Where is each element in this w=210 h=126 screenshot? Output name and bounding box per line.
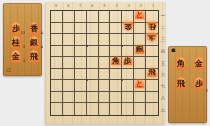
piece-kanji: 銀 bbox=[136, 45, 144, 54]
sente-hand-slot[interactable]: 歩2 bbox=[190, 73, 208, 93]
board-cell[interactable] bbox=[110, 103, 122, 115]
board-cell[interactable]: 歩 bbox=[122, 57, 134, 69]
board-cell[interactable] bbox=[63, 23, 75, 35]
board-cell[interactable] bbox=[122, 92, 134, 104]
sente-piece-角[interactable]: 角 bbox=[111, 57, 122, 69]
board-cell[interactable] bbox=[146, 57, 158, 69]
gote-piece-香[interactable]: 香 bbox=[29, 22, 40, 34]
board-cell[interactable] bbox=[122, 11, 134, 23]
board-cell[interactable] bbox=[99, 103, 111, 115]
rank-label: 九 bbox=[160, 104, 166, 116]
gote-hand-slot[interactable]: 銀4 bbox=[25, 35, 43, 49]
board-cell[interactable] bbox=[75, 80, 87, 92]
piece-kanji: 飛 bbox=[30, 53, 38, 62]
sente-piece-飛[interactable]: 飛 bbox=[176, 77, 187, 89]
board-cell[interactable] bbox=[122, 34, 134, 46]
board-cell[interactable] bbox=[146, 92, 158, 104]
shogi-app: 歩13香4桂3銀4金3飛 ☖ 987654321 一二三四五六七八九 と金桂玉銀… bbox=[0, 0, 210, 126]
piece-body: 飛 bbox=[147, 68, 158, 77]
piece-body: 金 bbox=[123, 22, 134, 31]
board-cell[interactable]: 玉 bbox=[146, 34, 158, 46]
board-cell[interactable] bbox=[87, 103, 99, 115]
board-cell[interactable] bbox=[110, 92, 122, 104]
board-cell[interactable] bbox=[87, 34, 99, 46]
hand-piece-count: 2 bbox=[206, 89, 208, 93]
piece-kanji: 金 bbox=[12, 53, 20, 62]
piece-kanji: 歩 bbox=[12, 25, 20, 34]
file-label: 6 bbox=[86, 2, 98, 10]
gote-piece-玉[interactable]: 玉 bbox=[146, 33, 158, 46]
gote-piece-金[interactable]: 金 bbox=[11, 50, 22, 62]
piece-body: 銀 bbox=[29, 36, 40, 48]
piece-body: 歩 bbox=[194, 77, 205, 89]
board-cell[interactable] bbox=[75, 92, 87, 104]
gote-piece-銀[interactable]: 銀 bbox=[29, 36, 40, 48]
piece-body: 角 bbox=[111, 57, 122, 66]
piece-kanji: 歩 bbox=[195, 80, 203, 89]
rank-coordinate-labels: 一二三四五六七八九 bbox=[160, 10, 166, 116]
board-cell[interactable]: と bbox=[134, 11, 146, 23]
board-cell[interactable] bbox=[99, 92, 111, 104]
file-label: 3 bbox=[123, 2, 135, 10]
board-cell[interactable] bbox=[51, 57, 63, 69]
board-cell[interactable] bbox=[99, 11, 111, 23]
piece-kanji: 桂 bbox=[12, 39, 20, 48]
board-cell[interactable] bbox=[75, 11, 87, 23]
file-coordinate-labels: 987654321 bbox=[50, 2, 159, 10]
gote-hand-slot[interactable]: 香4 bbox=[25, 21, 43, 35]
rank-label: 二 bbox=[160, 22, 166, 34]
board-cell[interactable]: 飛 bbox=[146, 69, 158, 81]
board-cell[interactable] bbox=[110, 80, 122, 92]
board-cell[interactable] bbox=[87, 80, 99, 92]
board-cell[interactable] bbox=[75, 103, 87, 115]
sente-piece-角[interactable]: 角 bbox=[176, 57, 187, 69]
board-cell[interactable]: 銀 bbox=[134, 46, 146, 58]
piece-body: 銀 bbox=[134, 45, 145, 54]
board-grid: と金桂玉銀角歩飛と bbox=[50, 10, 159, 116]
sente-hand-slot[interactable]: 角 bbox=[172, 53, 190, 73]
board-cell[interactable] bbox=[146, 103, 158, 115]
sente-piece-歩[interactable]: 歩 bbox=[123, 57, 134, 69]
piece-body: 飛 bbox=[176, 77, 187, 89]
sente-hand-slot[interactable]: 飛 bbox=[172, 73, 190, 93]
rank-label: 六 bbox=[160, 69, 166, 81]
board-cell[interactable] bbox=[63, 92, 75, 104]
board-cell[interactable]: と bbox=[134, 80, 146, 92]
piece-kanji: 金 bbox=[124, 22, 132, 31]
board-cell[interactable] bbox=[122, 80, 134, 92]
board-cell[interactable] bbox=[51, 80, 63, 92]
board-cell[interactable] bbox=[75, 57, 87, 69]
board-cell[interactable] bbox=[63, 69, 75, 81]
board-cell[interactable] bbox=[63, 80, 75, 92]
sente-piece-金[interactable]: 金 bbox=[194, 57, 205, 69]
rank-label: 五 bbox=[160, 57, 166, 69]
piece-body: と bbox=[134, 11, 145, 20]
board-cell[interactable] bbox=[110, 34, 122, 46]
file-label: 5 bbox=[98, 2, 110, 10]
sente-hand-stand: ☗ 角金飛歩2 bbox=[168, 46, 207, 123]
board-cell[interactable] bbox=[122, 46, 134, 58]
file-label: 2 bbox=[135, 2, 147, 10]
rank-label: 四 bbox=[160, 45, 166, 57]
gote-piece-金[interactable]: 金 bbox=[123, 22, 134, 34]
file-label: 9 bbox=[50, 2, 62, 10]
piece-kanji: と bbox=[136, 80, 144, 89]
piece-kanji: 桂 bbox=[148, 22, 156, 31]
file-label: 8 bbox=[62, 2, 74, 10]
board-cell[interactable] bbox=[110, 11, 122, 23]
board-cell[interactable] bbox=[51, 23, 63, 35]
sente-hand-pieces: 角金飛歩2 bbox=[172, 53, 208, 93]
hoshi-dot bbox=[86, 45, 88, 47]
board-cell[interactable] bbox=[99, 57, 111, 69]
rank-label: 三 bbox=[160, 34, 166, 46]
piece-kanji: と bbox=[136, 11, 144, 20]
board-cell[interactable] bbox=[134, 23, 146, 35]
board-cell[interactable] bbox=[122, 103, 134, 115]
board-cell[interactable] bbox=[87, 46, 99, 58]
board-cell[interactable] bbox=[87, 57, 99, 69]
piece-body: 金 bbox=[11, 50, 22, 62]
board-cell[interactable] bbox=[51, 11, 63, 23]
board-cell[interactable] bbox=[63, 57, 75, 69]
piece-kanji: 飛 bbox=[148, 68, 156, 77]
board-cell[interactable] bbox=[146, 80, 158, 92]
board-cell[interactable] bbox=[134, 69, 146, 81]
piece-body: 桂 bbox=[147, 22, 158, 31]
board-cell[interactable] bbox=[99, 46, 111, 58]
board-cell[interactable] bbox=[134, 103, 146, 115]
board-cell[interactable] bbox=[63, 11, 75, 23]
board-cell[interactable] bbox=[87, 92, 99, 104]
sente-piece-と[interactable]: と bbox=[134, 80, 145, 92]
gote-hand-stand: 歩13香4桂3銀4金3飛 ☖ bbox=[3, 3, 42, 76]
board-cell[interactable] bbox=[134, 34, 146, 46]
rank-label: 七 bbox=[160, 81, 166, 93]
gote-hand-slot[interactable]: 桂3 bbox=[7, 35, 25, 49]
board-cell[interactable] bbox=[87, 23, 99, 35]
gote-piece-桂[interactable]: 桂 bbox=[11, 36, 22, 48]
board-cell[interactable] bbox=[51, 46, 63, 58]
board-cell[interactable] bbox=[51, 103, 63, 115]
sente-hand-slot[interactable]: 金 bbox=[190, 53, 208, 73]
piece-body: 玉 bbox=[146, 33, 158, 42]
board-cell[interactable] bbox=[146, 46, 158, 58]
gote-piece-飛[interactable]: 飛 bbox=[29, 50, 40, 62]
board-cell[interactable] bbox=[87, 11, 99, 23]
board-cell[interactable] bbox=[110, 46, 122, 58]
shogi-board: 987654321 一二三四五六七八九 と金桂玉銀角歩飛と bbox=[45, 2, 165, 124]
piece-kanji: 銀 bbox=[30, 39, 38, 48]
piece-body: 飛 bbox=[29, 50, 40, 62]
gote-hand-slot[interactable]: 歩13 bbox=[7, 21, 25, 35]
piece-body: 桂 bbox=[11, 36, 22, 48]
board-cell[interactable] bbox=[75, 23, 87, 35]
piece-kanji: 玉 bbox=[148, 33, 156, 42]
piece-kanji: 角 bbox=[112, 57, 120, 66]
sente-piece-歩[interactable]: 歩 bbox=[194, 77, 205, 89]
piece-body: 金 bbox=[194, 57, 205, 69]
board-cell[interactable] bbox=[122, 69, 134, 81]
gote-side-icon: ☖ bbox=[6, 68, 10, 73]
board-cell[interactable] bbox=[51, 34, 63, 46]
board-cell[interactable] bbox=[134, 92, 146, 104]
file-label: 4 bbox=[111, 2, 123, 10]
piece-kanji: 角 bbox=[177, 60, 185, 69]
file-label: 1 bbox=[147, 2, 159, 10]
piece-body: 歩 bbox=[123, 57, 134, 66]
gote-hand-slot[interactable]: 金3 bbox=[7, 49, 25, 63]
file-label: 7 bbox=[74, 2, 86, 10]
piece-kanji: 飛 bbox=[177, 80, 185, 89]
board-cell[interactable] bbox=[63, 34, 75, 46]
board-cell[interactable] bbox=[75, 34, 87, 46]
board-cell[interactable]: 金 bbox=[122, 23, 134, 35]
gote-hand-slot[interactable]: 飛 bbox=[25, 49, 43, 63]
gote-hand-pieces: 歩13香4桂3銀4金3飛 bbox=[7, 21, 43, 63]
sente-piece-と[interactable]: と bbox=[134, 11, 145, 23]
board-cell[interactable] bbox=[63, 103, 75, 115]
piece-kanji: 香 bbox=[30, 25, 38, 34]
board-cell[interactable] bbox=[99, 23, 111, 35]
board-cell[interactable]: 角 bbox=[110, 57, 122, 69]
piece-kanji: 金 bbox=[195, 60, 203, 69]
rank-label: 八 bbox=[160, 92, 166, 104]
board-cell[interactable] bbox=[110, 23, 122, 35]
sente-piece-銀[interactable]: 銀 bbox=[134, 45, 145, 57]
piece-kanji: 歩 bbox=[124, 57, 132, 66]
board-cell[interactable] bbox=[87, 69, 99, 81]
piece-body: と bbox=[134, 80, 145, 89]
sente-piece-飛[interactable]: 飛 bbox=[147, 68, 158, 80]
board-cell[interactable] bbox=[146, 11, 158, 23]
board-cell[interactable] bbox=[63, 46, 75, 58]
board-cell[interactable] bbox=[99, 34, 111, 46]
board-cell[interactable] bbox=[99, 80, 111, 92]
board-cell[interactable] bbox=[51, 69, 63, 81]
rank-label: 一 bbox=[160, 10, 166, 22]
piece-body: 香 bbox=[29, 22, 40, 34]
board-cell[interactable] bbox=[51, 92, 63, 104]
gote-piece-桂[interactable]: 桂 bbox=[147, 22, 158, 34]
board-cell[interactable] bbox=[75, 46, 87, 58]
piece-body: 角 bbox=[176, 57, 187, 69]
board-cell[interactable] bbox=[134, 57, 146, 69]
board-cell[interactable] bbox=[99, 69, 111, 81]
board-cell[interactable] bbox=[75, 69, 87, 81]
